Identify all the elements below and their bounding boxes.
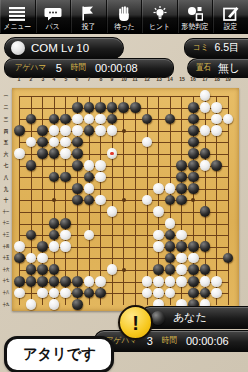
- black-stone-c1-r17: [14, 276, 25, 287]
- white-stone-c1-r6: [14, 148, 25, 159]
- col-label-16: 16: [188, 76, 198, 82]
- white-time-value: 00:00:08: [95, 62, 138, 74]
- row-label-7: 七: [1, 162, 11, 169]
- black-stone-c3-r4: [37, 125, 48, 136]
- black-time-label: 時間: [162, 335, 177, 347]
- black-stone-c13-r16: [153, 264, 164, 275]
- atari-status-bubble: アタリです: [4, 336, 114, 372]
- white-captures-pill: アゲハマ 5 時間 00:00:08: [4, 58, 174, 78]
- toolbar-button-lightbulb[interactable]: ヒント: [142, 0, 178, 33]
- black-stone-c3-r17: [37, 276, 48, 287]
- row-label-17: 十七: [2, 278, 10, 283]
- white-stone-c8-r17: [95, 276, 106, 287]
- row-label-11: 十一: [2, 209, 10, 214]
- row-label-16: 十六: [2, 267, 10, 272]
- toolbar-button-label: パス: [46, 22, 60, 32]
- star-point: [122, 129, 126, 133]
- col-label-15: 15: [177, 76, 187, 82]
- black-stone-c3-r16: [37, 264, 48, 275]
- white-stone-c17-r4: [200, 125, 211, 136]
- col-label-14: 14: [165, 76, 175, 82]
- toolbar-button-label: メニュー: [4, 22, 31, 32]
- black-stone-c18-r7: [211, 160, 222, 171]
- white-captures-value: 5: [56, 62, 62, 74]
- row-label-14: 十四: [2, 244, 10, 249]
- black-stone-c15-r14: [176, 241, 187, 252]
- white-stone-c18-r18: [211, 288, 222, 299]
- black-stone-c7-r4: [84, 125, 95, 136]
- col-label-4: 4: [49, 76, 59, 82]
- white-stone-c13-r14: [153, 241, 164, 252]
- white-stone-c14-r17: [165, 276, 176, 287]
- black-stone-c10-r2: [118, 102, 129, 113]
- row-label-18: 十八: [2, 290, 10, 295]
- col-label-3: 3: [37, 76, 47, 82]
- black-stone-c6-r18: [72, 288, 83, 299]
- white-stone-c7-r7: [84, 160, 95, 171]
- toolbar-button-menu[interactable]: メニュー: [0, 0, 36, 33]
- judge-shapes-icon: [187, 5, 203, 22]
- black-stone-c6-r19: [72, 299, 83, 310]
- black-stone-c2-r7: [26, 160, 37, 171]
- row-label-2: 二: [1, 104, 11, 111]
- col-label-9: 9: [107, 76, 117, 82]
- black-stone-c9-r2: [107, 102, 118, 113]
- row-label-13: 十三: [2, 232, 10, 237]
- white-stone-c13-r13: [153, 230, 164, 241]
- black-stone-c11-r2: [130, 102, 141, 113]
- komi-label: コミ: [193, 42, 209, 54]
- black-stone-c1-r4: [14, 125, 25, 136]
- toolbar: メニューパス投了待ったヒント形勢判定設定: [0, 0, 248, 34]
- black-stone-c4-r12: [49, 218, 60, 229]
- black-stone-c16-r7: [188, 160, 199, 171]
- black-stone-c4-r17: [49, 276, 60, 287]
- col-label-1: 1: [14, 76, 24, 82]
- white-stone-c18-r4: [211, 125, 222, 136]
- black-player-pill: あなた: [140, 306, 248, 329]
- white-stone-c8-r8: [95, 172, 106, 183]
- toolbar-button-speech-bubble[interactable]: パス: [36, 0, 72, 33]
- black-stone-c5-r17: [60, 276, 71, 287]
- black-stone-c15-r9: [176, 183, 187, 194]
- black-stone-c6-r17: [72, 276, 83, 287]
- go-app-screen: メニューパス投了待ったヒント形勢判定設定 COM Lv 10 コミ 6.5目 ア…: [0, 0, 248, 372]
- toolbar-button-label: 投了: [82, 22, 96, 32]
- white-player-pill: COM Lv 10: [4, 37, 124, 59]
- edit-box-icon: [223, 5, 239, 22]
- col-label-17: 17: [200, 76, 210, 82]
- col-label-2: 2: [26, 76, 36, 82]
- board-row-coordinates: 一二三四五六七八九十十一十二十三十四十五十六十七十八十九: [0, 88, 12, 312]
- col-label-18: 18: [211, 76, 221, 82]
- toolbar-button-edit-box[interactable]: 設定: [213, 0, 248, 33]
- white-stone-c19-r3: [223, 114, 234, 125]
- white-stone-c13-r11: [153, 206, 164, 217]
- col-label-10: 10: [119, 76, 129, 82]
- row-label-15: 十五: [2, 255, 10, 260]
- white-stone-c5-r14: [60, 241, 71, 252]
- row-label-6: 六: [1, 151, 11, 158]
- white-stone-c18-r17: [211, 276, 222, 287]
- white-stone-c7-r17: [84, 276, 95, 287]
- toolbar-button-label: 形勢判定: [182, 22, 209, 32]
- row-label-10: 十: [1, 197, 11, 204]
- atari-status-text: アタリです: [23, 345, 96, 364]
- white-stone-c15-r17: [176, 276, 187, 287]
- black-stone-c16-r16: [188, 264, 199, 275]
- toolbar-button-judge-shapes[interactable]: 形勢判定: [178, 0, 214, 33]
- row-label-4: 四: [1, 128, 11, 135]
- komi-value: 6.5目: [214, 41, 239, 55]
- row-label-9: 九: [1, 186, 11, 193]
- black-stone-c16-r8: [188, 172, 199, 183]
- black-stone-c6-r7: [72, 160, 83, 171]
- black-stone-c19-r15: [223, 253, 234, 264]
- white-stone-c18-r2: [211, 102, 222, 113]
- black-captures-pill: アゲハマ 3 時間 00:00:06: [94, 330, 248, 352]
- white-stone-c17-r17: [200, 276, 211, 287]
- black-stone-c15-r7: [176, 160, 187, 171]
- go-board[interactable]: [12, 88, 239, 311]
- black-stone-c6-r2: [72, 102, 83, 113]
- row-label-5: 五: [1, 139, 11, 146]
- toolbar-button-label: 設定: [224, 22, 238, 32]
- toolbar-button-label: ヒント: [149, 22, 170, 32]
- col-label-19: 19: [223, 76, 233, 82]
- handicap-pill: 置石 無し: [187, 58, 248, 78]
- col-label-7: 7: [84, 76, 94, 82]
- black-stone-c16-r2: [188, 102, 199, 113]
- black-stone-c1-r15: [14, 253, 25, 264]
- black-stone-icon: [151, 311, 165, 325]
- col-label-12: 12: [142, 76, 152, 82]
- toolbar-button-hand[interactable]: 待った: [107, 0, 143, 33]
- black-stone-c8-r18: [95, 288, 106, 299]
- white-stone-c5-r4: [60, 125, 71, 136]
- black-player-name: あなた: [173, 310, 207, 325]
- white-player-name: COM Lv 10: [31, 42, 89, 54]
- white-stone-c17-r7: [200, 160, 211, 171]
- black-stone-c3-r14: [37, 241, 48, 252]
- toolbar-button-flag[interactable]: 投了: [71, 0, 107, 33]
- row-label-8: 八: [1, 174, 11, 181]
- black-stone-c17-r14: [200, 241, 211, 252]
- lightbulb-icon: [152, 5, 168, 22]
- black-stone-c6-r6: [72, 148, 83, 159]
- row-label-1: 一: [1, 93, 11, 100]
- white-stone-c8-r7: [95, 160, 106, 171]
- warning-icon: !: [118, 305, 153, 340]
- row-label-3: 三: [1, 116, 11, 123]
- black-stone-c6-r9: [72, 183, 83, 194]
- star-point: [122, 198, 126, 202]
- black-stone-c16-r4: [188, 125, 199, 136]
- flag-icon: [80, 5, 96, 22]
- white-stone-c13-r18: [153, 288, 164, 299]
- col-label-5: 5: [61, 76, 71, 82]
- row-label-12: 十二: [2, 220, 10, 225]
- black-stone-c6-r5: [72, 137, 83, 148]
- white-stone-c4-r19: [49, 299, 60, 310]
- black-stone-c16-r9: [188, 183, 199, 194]
- black-stone-c5-r12: [60, 218, 71, 229]
- col-label-6: 6: [72, 76, 82, 82]
- board-column-coordinates: 12345678910111213141516171819: [12, 76, 239, 87]
- hand-icon: [117, 5, 132, 22]
- white-stone-c13-r17: [153, 276, 164, 287]
- black-stone-c16-r3: [188, 114, 199, 125]
- white-stone-c14-r12: [165, 218, 176, 229]
- black-stone-c16-r5: [188, 137, 199, 148]
- komi-pill: コミ 6.5目: [184, 38, 248, 58]
- black-stone-c16-r17: [188, 276, 199, 287]
- black-stone-c8-r2: [95, 102, 106, 113]
- white-stone-c12-r17: [142, 276, 153, 287]
- white-captures-label: アゲハマ: [15, 62, 46, 74]
- black-stone-c3-r6: [37, 148, 48, 159]
- black-stone-c16-r6: [188, 148, 199, 159]
- white-stone-c16-r15: [188, 253, 199, 264]
- white-time-label: 時間: [71, 62, 86, 74]
- white-stone-c2-r19: [26, 299, 37, 310]
- white-stone-icon: [11, 41, 25, 55]
- white-stone-c3-r18: [37, 288, 48, 299]
- black-stone-c7-r2: [84, 102, 95, 113]
- toolbar-button-label: 待った: [114, 22, 135, 32]
- white-stone-c6-r3: [72, 114, 83, 125]
- white-stone-c8-r4: [95, 125, 106, 136]
- col-label-13: 13: [153, 76, 163, 82]
- handicap-label: 置石: [196, 62, 211, 74]
- star-point: [122, 268, 126, 272]
- black-time-value: 00:00:06: [186, 335, 229, 347]
- black-stone-c2-r17: [26, 276, 37, 287]
- white-stone-c7-r9: [84, 183, 95, 194]
- speech-bubble-icon: [44, 5, 62, 22]
- col-label-8: 8: [95, 76, 105, 82]
- white-stone-c18-r3: [211, 114, 222, 125]
- row-label-19: 十九: [2, 302, 10, 307]
- white-stone-c17-r2: [200, 102, 211, 113]
- black-stone-c16-r14: [188, 241, 199, 252]
- white-stone-c1-r18: [14, 288, 25, 299]
- col-label-11: 11: [130, 76, 140, 82]
- white-stone-c13-r9: [153, 183, 164, 194]
- handicap-value: 無し: [218, 61, 240, 76]
- black-stone-c16-r18: [188, 288, 199, 299]
- white-stone-c8-r3: [95, 114, 106, 125]
- black-stone-c6-r10: [72, 195, 83, 206]
- white-stone-c1-r14: [14, 241, 25, 252]
- last-move-marker: [110, 152, 114, 156]
- black-captures-value: 3: [147, 335, 153, 347]
- white-stone-c6-r4: [72, 125, 83, 136]
- menu-icon: [9, 5, 25, 22]
